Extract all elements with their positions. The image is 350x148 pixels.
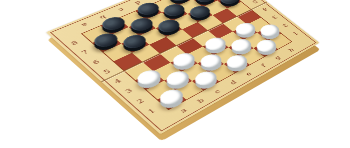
photo-canvas: abcdefgh abcdefgh 87654321 87654321 ⛂⛂⛂⛂…: [0, 0, 350, 148]
